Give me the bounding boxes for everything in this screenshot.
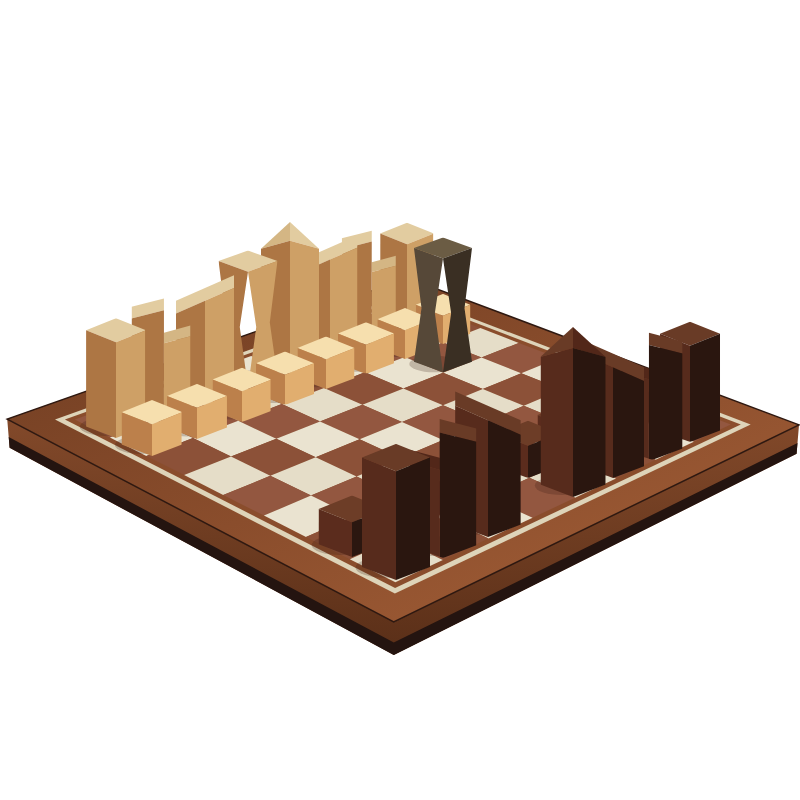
piece-white-pawn-a2[interactable]: [121, 400, 182, 456]
piece-black-queen-g3[interactable]: [414, 238, 472, 375]
piece-black-king-e8[interactable]: [540, 327, 605, 497]
chess-set-photo: [0, 0, 800, 800]
piece-black-rook-a8[interactable]: [362, 444, 430, 580]
